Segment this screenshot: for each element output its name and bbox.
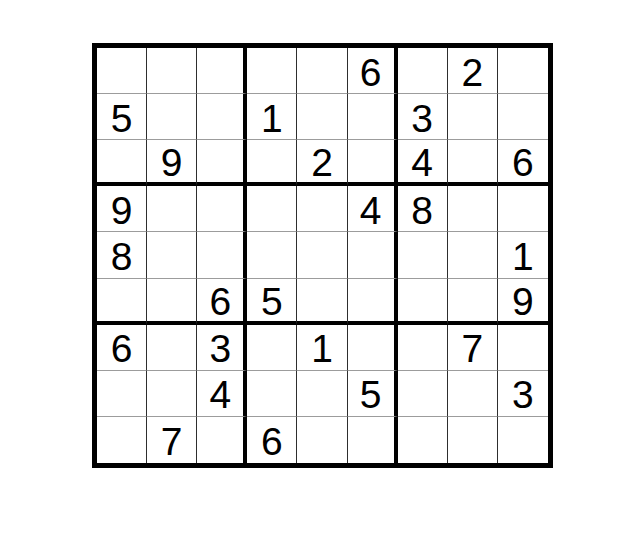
cell-r2c4[interactable]: 1: [247, 94, 297, 140]
cell-r3c4[interactable]: [247, 140, 297, 186]
cell-r7c7[interactable]: [398, 325, 448, 371]
cell-r2c8[interactable]: [448, 94, 498, 140]
cell-r6c8[interactable]: [448, 279, 498, 325]
cell-r7c8[interactable]: 7: [448, 325, 498, 371]
cell-r5c8[interactable]: [448, 232, 498, 278]
cell-r6c4[interactable]: 5: [247, 279, 297, 325]
cell-r6c7[interactable]: [398, 279, 448, 325]
cell-r1c2[interactable]: [147, 48, 197, 94]
cell-r3c2[interactable]: 9: [147, 140, 197, 186]
cell-r3c6[interactable]: [348, 140, 398, 186]
cell-r7c4[interactable]: [247, 325, 297, 371]
cell-r9c6[interactable]: [348, 417, 398, 463]
cell-r6c6[interactable]: [348, 279, 398, 325]
cell-r9c3[interactable]: [197, 417, 247, 463]
cell-r7c3[interactable]: 3: [197, 325, 247, 371]
cell-r1c9[interactable]: [498, 48, 548, 94]
cell-r3c8[interactable]: [448, 140, 498, 186]
cell-r9c9[interactable]: [498, 417, 548, 463]
cell-r9c8[interactable]: [448, 417, 498, 463]
cell-r4c8[interactable]: [448, 186, 498, 232]
cell-r9c5[interactable]: [297, 417, 347, 463]
cell-r4c1[interactable]: 9: [97, 186, 147, 232]
cell-r8c6[interactable]: 5: [348, 371, 398, 417]
cell-r2c7[interactable]: 3: [398, 94, 448, 140]
cell-r3c5[interactable]: 2: [297, 140, 347, 186]
cell-r6c3[interactable]: 6: [197, 279, 247, 325]
cell-r4c3[interactable]: [197, 186, 247, 232]
cell-r5c3[interactable]: [197, 232, 247, 278]
cell-r1c8[interactable]: 2: [448, 48, 498, 94]
cell-r5c9[interactable]: 1: [498, 232, 548, 278]
cell-r4c2[interactable]: [147, 186, 197, 232]
cell-r2c2[interactable]: [147, 94, 197, 140]
cell-r5c5[interactable]: [297, 232, 347, 278]
cell-r8c5[interactable]: [297, 371, 347, 417]
cell-r8c3[interactable]: 4: [197, 371, 247, 417]
cell-r5c7[interactable]: [398, 232, 448, 278]
cell-r4c7[interactable]: 8: [398, 186, 448, 232]
cell-r2c9[interactable]: [498, 94, 548, 140]
cell-r5c6[interactable]: [348, 232, 398, 278]
cell-r5c2[interactable]: [147, 232, 197, 278]
cell-r1c7[interactable]: [398, 48, 448, 94]
cell-r1c4[interactable]: [247, 48, 297, 94]
cell-r9c7[interactable]: [398, 417, 448, 463]
cell-r8c9[interactable]: 3: [498, 371, 548, 417]
cell-r5c4[interactable]: [247, 232, 297, 278]
cell-r4c5[interactable]: [297, 186, 347, 232]
cell-r3c7[interactable]: 4: [398, 140, 448, 186]
cell-r7c9[interactable]: [498, 325, 548, 371]
cell-r7c5[interactable]: 1: [297, 325, 347, 371]
cell-r8c7[interactable]: [398, 371, 448, 417]
cell-r6c2[interactable]: [147, 279, 197, 325]
page-background: { "game": "sudoku", "grid_size": "9x9", …: [0, 0, 640, 540]
cell-r9c4[interactable]: 6: [247, 417, 297, 463]
cell-r1c3[interactable]: [197, 48, 247, 94]
cell-r1c1[interactable]: [97, 48, 147, 94]
cell-r3c1[interactable]: [97, 140, 147, 186]
cell-r8c1[interactable]: [97, 371, 147, 417]
cell-r4c4[interactable]: [247, 186, 297, 232]
sudoku-board: 62513924694881659631745376: [92, 43, 553, 468]
cell-r1c6[interactable]: 6: [348, 48, 398, 94]
cell-r8c8[interactable]: [448, 371, 498, 417]
cell-r5c1[interactable]: 8: [97, 232, 147, 278]
cell-r7c6[interactable]: [348, 325, 398, 371]
cell-r7c2[interactable]: [147, 325, 197, 371]
cell-r2c6[interactable]: [348, 94, 398, 140]
cell-r2c3[interactable]: [197, 94, 247, 140]
cell-r9c1[interactable]: [97, 417, 147, 463]
cell-r9c2[interactable]: 7: [147, 417, 197, 463]
cell-r8c4[interactable]: [247, 371, 297, 417]
cell-r6c1[interactable]: [97, 279, 147, 325]
cell-r1c5[interactable]: [297, 48, 347, 94]
cell-r7c1[interactable]: 6: [97, 325, 147, 371]
cell-r4c9[interactable]: [498, 186, 548, 232]
cell-r3c3[interactable]: [197, 140, 247, 186]
cell-r4c6[interactable]: 4: [348, 186, 398, 232]
cell-r2c5[interactable]: [297, 94, 347, 140]
cell-r2c1[interactable]: 5: [97, 94, 147, 140]
cell-r3c9[interactable]: 6: [498, 140, 548, 186]
cell-r8c2[interactable]: [147, 371, 197, 417]
cell-r6c5[interactable]: [297, 279, 347, 325]
cell-r6c9[interactable]: 9: [498, 279, 548, 325]
